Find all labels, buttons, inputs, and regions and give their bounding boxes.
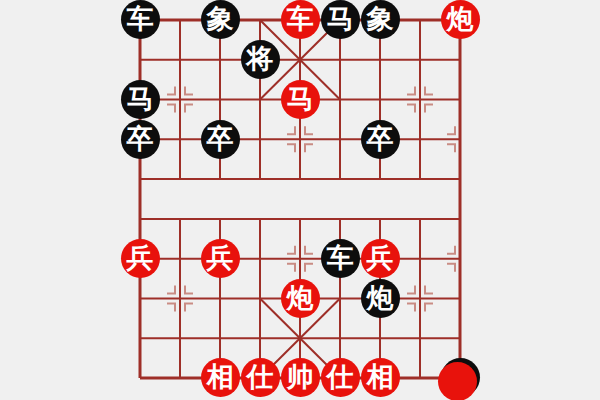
piece-black-horse[interactable]: 马 (121, 80, 160, 119)
board-intersections: 车象车马象炮将马马卒卒卒兵兵车兵炮炮相仕帅仕相炮 (120, 0, 480, 398)
captured-piece-underlay (438, 362, 477, 400)
piece-red-general[interactable]: 帅 (281, 358, 320, 397)
piece-black-soldier[interactable]: 卒 (201, 120, 240, 159)
piece-red-soldier[interactable]: 兵 (201, 239, 240, 278)
xiangqi-board: 车象车马象炮将马马卒卒卒兵兵车兵炮炮相仕帅仕相炮 (0, 0, 600, 400)
piece-red-elephant[interactable]: 相 (201, 358, 240, 397)
piece-red-horse[interactable]: 马 (281, 80, 320, 119)
piece-black-elephant[interactable]: 象 (361, 0, 400, 39)
piece-red-advisor[interactable]: 仕 (241, 358, 280, 397)
piece-red-cannon[interactable]: 炮 (281, 279, 320, 318)
piece-black-horse[interactable]: 马 (321, 0, 360, 39)
piece-red-advisor[interactable]: 仕 (321, 358, 360, 397)
piece-red-cannon[interactable]: 炮 (441, 0, 480, 39)
piece-black-chariot[interactable]: 车 (121, 0, 160, 39)
piece-black-elephant[interactable]: 象 (201, 0, 240, 39)
piece-red-soldier[interactable]: 兵 (361, 239, 400, 278)
piece-red-chariot[interactable]: 车 (281, 0, 320, 39)
piece-black-soldier[interactable]: 卒 (121, 120, 160, 159)
piece-red-elephant[interactable]: 相 (361, 358, 400, 397)
piece-black-general[interactable]: 将 (241, 40, 280, 79)
piece-black-cannon[interactable]: 炮 (361, 279, 400, 318)
piece-red-soldier[interactable]: 兵 (121, 239, 160, 278)
piece-black-soldier[interactable]: 卒 (361, 120, 400, 159)
piece-black-chariot[interactable]: 车 (321, 239, 360, 278)
